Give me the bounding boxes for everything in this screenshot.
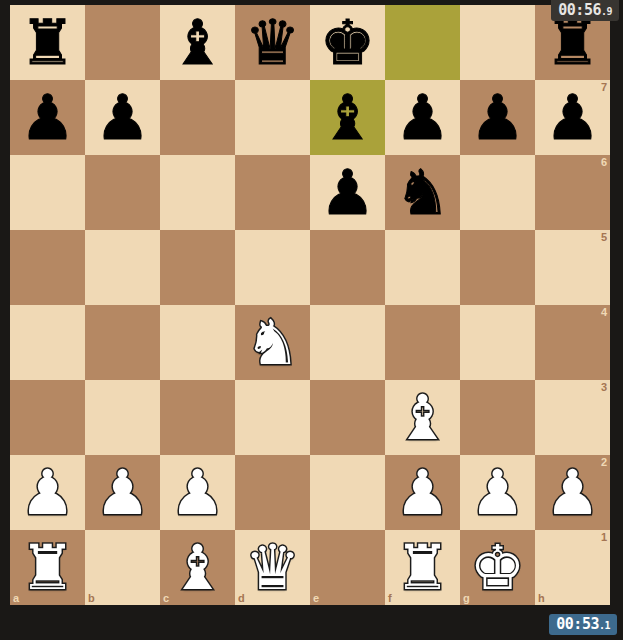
square-e7[interactable]: ♝ xyxy=(310,80,385,155)
piece-white-rook[interactable]: ♜ xyxy=(10,530,85,605)
piece-black-queen[interactable]: ♛ xyxy=(235,5,310,80)
square-f8[interactable] xyxy=(385,5,460,80)
square-c1[interactable]: ♝c xyxy=(160,530,235,605)
square-g5[interactable] xyxy=(460,230,535,305)
piece-black-king[interactable]: ♚ xyxy=(310,5,385,80)
square-h6[interactable]: 6 xyxy=(535,155,610,230)
square-e8[interactable]: ♚ xyxy=(310,5,385,80)
coordinate-file-h: h xyxy=(538,592,545,604)
square-a1[interactable]: ♜a xyxy=(10,530,85,605)
square-a3[interactable] xyxy=(10,380,85,455)
opponent-clock-tenths: .9 xyxy=(601,6,612,17)
square-b1[interactable]: b xyxy=(85,530,160,605)
square-f4[interactable] xyxy=(385,305,460,380)
square-d3[interactable] xyxy=(235,380,310,455)
square-h2[interactable]: ♟2 xyxy=(535,455,610,530)
player-clock-tenths: .1 xyxy=(599,620,610,631)
square-h4[interactable]: 4 xyxy=(535,305,610,380)
game-screen: ♜♝♛♚♜8♟♟♝♟♟♟7♟♞65♞4♝3♟♟♟♟♟♟2♜ab♝c♛de♜f♚g… xyxy=(0,0,623,640)
piece-black-pawn[interactable]: ♟ xyxy=(385,80,460,155)
square-d4[interactable]: ♞ xyxy=(235,305,310,380)
square-f3[interactable]: ♝ xyxy=(385,380,460,455)
square-c4[interactable] xyxy=(160,305,235,380)
square-a2[interactable]: ♟ xyxy=(10,455,85,530)
square-g1[interactable]: ♚g xyxy=(460,530,535,605)
coordinate-file-e: e xyxy=(313,592,319,604)
square-d8[interactable]: ♛ xyxy=(235,5,310,80)
square-g8[interactable] xyxy=(460,5,535,80)
square-b6[interactable] xyxy=(85,155,160,230)
coordinate-rank-4: 4 xyxy=(601,306,607,318)
square-b3[interactable] xyxy=(85,380,160,455)
coordinate-rank-1: 1 xyxy=(601,531,607,543)
piece-black-rook[interactable]: ♜ xyxy=(10,5,85,80)
square-e2[interactable] xyxy=(310,455,385,530)
piece-white-knight[interactable]: ♞ xyxy=(235,305,310,380)
square-b4[interactable] xyxy=(85,305,160,380)
square-f6[interactable]: ♞ xyxy=(385,155,460,230)
square-c3[interactable] xyxy=(160,380,235,455)
square-e1[interactable]: e xyxy=(310,530,385,605)
square-b5[interactable] xyxy=(85,230,160,305)
square-f1[interactable]: ♜f xyxy=(385,530,460,605)
square-f5[interactable] xyxy=(385,230,460,305)
piece-white-queen[interactable]: ♛ xyxy=(235,530,310,605)
square-e3[interactable] xyxy=(310,380,385,455)
opponent-clock: 00:56.9 xyxy=(551,0,619,21)
square-c6[interactable] xyxy=(160,155,235,230)
square-h1[interactable]: h1 xyxy=(535,530,610,605)
square-c5[interactable] xyxy=(160,230,235,305)
square-g2[interactable]: ♟ xyxy=(460,455,535,530)
piece-white-rook[interactable]: ♜ xyxy=(385,530,460,605)
square-a5[interactable] xyxy=(10,230,85,305)
square-a6[interactable] xyxy=(10,155,85,230)
square-b2[interactable]: ♟ xyxy=(85,455,160,530)
player-clock: 00:53.1 xyxy=(549,614,617,635)
piece-black-pawn[interactable]: ♟ xyxy=(85,80,160,155)
square-g7[interactable]: ♟ xyxy=(460,80,535,155)
square-c7[interactable] xyxy=(160,80,235,155)
coordinate-file-b: b xyxy=(88,592,95,604)
piece-black-bishop[interactable]: ♝ xyxy=(160,5,235,80)
coordinate-rank-5: 5 xyxy=(601,231,607,243)
square-c2[interactable]: ♟ xyxy=(160,455,235,530)
square-e5[interactable] xyxy=(310,230,385,305)
opponent-clock-time: 00:56 xyxy=(558,1,601,19)
square-f7[interactable]: ♟ xyxy=(385,80,460,155)
square-d2[interactable] xyxy=(235,455,310,530)
square-g4[interactable] xyxy=(460,305,535,380)
square-e6[interactable]: ♟ xyxy=(310,155,385,230)
piece-white-pawn[interactable]: ♟ xyxy=(85,455,160,530)
player-clock-time: 00:53 xyxy=(556,615,599,633)
piece-black-pawn[interactable]: ♟ xyxy=(10,80,85,155)
square-a4[interactable] xyxy=(10,305,85,380)
piece-white-bishop[interactable]: ♝ xyxy=(160,530,235,605)
square-g3[interactable] xyxy=(460,380,535,455)
piece-black-knight[interactable]: ♞ xyxy=(385,155,460,230)
piece-white-pawn[interactable]: ♟ xyxy=(160,455,235,530)
coordinate-rank-3: 3 xyxy=(601,381,607,393)
piece-white-bishop[interactable]: ♝ xyxy=(385,380,460,455)
coordinate-rank-6: 6 xyxy=(601,156,607,168)
square-h3[interactable]: 3 xyxy=(535,380,610,455)
piece-white-pawn[interactable]: ♟ xyxy=(385,455,460,530)
piece-black-bishop[interactable]: ♝ xyxy=(310,80,385,155)
square-d1[interactable]: ♛d xyxy=(235,530,310,605)
piece-black-pawn[interactable]: ♟ xyxy=(460,80,535,155)
piece-white-pawn[interactable]: ♟ xyxy=(460,455,535,530)
square-a8[interactable]: ♜ xyxy=(10,5,85,80)
square-e4[interactable] xyxy=(310,305,385,380)
square-h5[interactable]: 5 xyxy=(535,230,610,305)
square-d6[interactable] xyxy=(235,155,310,230)
piece-white-king[interactable]: ♚ xyxy=(460,530,535,605)
square-c8[interactable]: ♝ xyxy=(160,5,235,80)
piece-black-pawn[interactable]: ♟ xyxy=(310,155,385,230)
chess-board: ♜♝♛♚♜8♟♟♝♟♟♟7♟♞65♞4♝3♟♟♟♟♟♟2♜ab♝c♛de♜f♚g… xyxy=(10,5,610,605)
square-b8[interactable] xyxy=(85,5,160,80)
piece-black-pawn[interactable]: ♟ xyxy=(535,80,610,155)
square-d5[interactable] xyxy=(235,230,310,305)
square-g6[interactable] xyxy=(460,155,535,230)
square-f2[interactable]: ♟ xyxy=(385,455,460,530)
piece-white-pawn[interactable]: ♟ xyxy=(535,455,610,530)
square-b7[interactable]: ♟ xyxy=(85,80,160,155)
square-d7[interactable] xyxy=(235,80,310,155)
square-h7[interactable]: ♟7 xyxy=(535,80,610,155)
square-a7[interactable]: ♟ xyxy=(10,80,85,155)
piece-white-pawn[interactable]: ♟ xyxy=(10,455,85,530)
